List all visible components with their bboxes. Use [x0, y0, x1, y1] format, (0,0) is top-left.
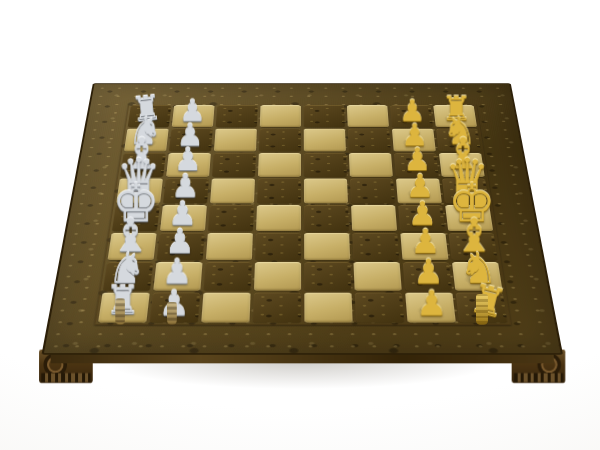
chess-board: ♜♟♟♜♞♟♟♞♝♟♟♝♛♟♟♛♚♟♟♚♝♟♟♝♞♟♟♞♜♟♟♜	[41, 83, 563, 354]
board-peg-3	[476, 294, 488, 325]
square-b6[interactable]	[347, 128, 390, 151]
square-c4[interactable]	[257, 153, 300, 177]
square-b2[interactable]: ♟	[168, 128, 212, 151]
square-e4[interactable]	[256, 205, 301, 231]
square-h3[interactable]	[201, 292, 250, 322]
square-a3[interactable]	[215, 105, 257, 127]
piece-white-pawn-a2[interactable]: ♟	[171, 95, 212, 125]
piece-black-rook-a8[interactable]: ♜	[435, 92, 476, 126]
square-b1[interactable]: ♞	[124, 128, 169, 151]
square-f3[interactable]	[205, 233, 252, 260]
piece-white-bishop-c1[interactable]: ♝	[120, 132, 163, 175]
square-e5[interactable]	[304, 205, 349, 231]
square-a4[interactable]	[259, 105, 300, 127]
piece-shadow	[395, 112, 427, 125]
photo-background: ♜♟♟♜♞♟♟♞♝♟♟♝♛♟♟♛♚♟♟♚♝♟♟♝♞♟♟♞♜♟♟♜	[0, 0, 600, 450]
square-a2[interactable]: ♟	[171, 105, 214, 127]
piece-shadow	[132, 112, 165, 125]
piece-shadow	[441, 136, 475, 150]
square-a1[interactable]: ♜	[127, 105, 171, 127]
square-b8[interactable]: ♞	[436, 128, 481, 151]
piece-black-pawn-b7[interactable]: ♟	[393, 119, 435, 150]
piece-black-pawn-h7[interactable]: ♟	[407, 285, 455, 320]
square-b7[interactable]: ♟	[391, 128, 435, 151]
square-d6[interactable]	[349, 178, 394, 203]
board-peg-1	[115, 298, 125, 324]
square-a8[interactable]: ♜	[433, 105, 477, 127]
square-e3[interactable]	[207, 205, 253, 231]
square-h7[interactable]: ♟	[405, 292, 456, 322]
square-e6[interactable]	[351, 205, 397, 231]
square-c7[interactable]: ♟	[393, 153, 438, 177]
square-a7[interactable]: ♟	[390, 105, 433, 127]
square-g4[interactable]	[253, 262, 300, 291]
piece-white-rook-a1[interactable]: ♜	[124, 90, 168, 128]
piece-white-knight-b1[interactable]: ♞	[124, 111, 166, 149]
piece-black-knight-b8[interactable]: ♞	[438, 111, 480, 149]
square-c5[interactable]	[303, 153, 346, 177]
piece-shadow	[129, 136, 163, 150]
square-f6[interactable]	[352, 233, 399, 260]
square-c6[interactable]	[348, 153, 392, 177]
square-b4[interactable]	[258, 128, 300, 151]
square-h5[interactable]	[304, 292, 352, 322]
piece-shadow	[174, 136, 207, 150]
square-b3[interactable]	[213, 128, 256, 151]
square-f4[interactable]	[254, 233, 300, 260]
square-g6[interactable]	[353, 262, 401, 291]
board-peg-2	[167, 302, 177, 325]
piece-black-bishop-c8[interactable]: ♝	[441, 132, 484, 175]
piece-shadow	[399, 160, 433, 174]
checker-area: ♜♟♟♜♞♟♟♞♝♟♟♝♛♟♟♛♚♟♟♚♝♟♟♝♞♟♟♞♜♟♟♜	[94, 104, 511, 325]
square-c3[interactable]	[212, 153, 256, 177]
piece-white-pawn-b2[interactable]: ♟	[169, 119, 211, 150]
square-d5[interactable]	[303, 178, 347, 203]
square-h6[interactable]	[354, 292, 404, 322]
square-d3[interactable]	[210, 178, 255, 203]
square-h4[interactable]	[252, 292, 300, 322]
piece-black-pawn-a7[interactable]: ♟	[391, 95, 432, 125]
board-scene: ♜♟♟♜♞♟♟♞♝♟♟♝♛♟♟♛♚♟♟♚♝♟♟♝♞♟♟♞♜♟♟♜	[0, 0, 600, 450]
piece-shadow	[438, 112, 471, 125]
piece-shadow	[171, 160, 205, 174]
square-a6[interactable]	[346, 105, 388, 127]
piece-shadow	[176, 112, 208, 125]
board-front-edge	[51, 353, 554, 363]
square-d4[interactable]	[257, 178, 301, 203]
square-b5[interactable]	[303, 128, 345, 151]
piece-black-pawn-c7[interactable]: ♟	[395, 144, 438, 175]
square-f5[interactable]	[304, 233, 350, 260]
piece-shadow	[397, 136, 430, 150]
piece-white-pawn-c2[interactable]: ♟	[166, 144, 209, 175]
square-g5[interactable]	[304, 262, 351, 291]
square-g3[interactable]	[203, 262, 251, 291]
square-a5[interactable]	[303, 105, 344, 127]
square-c2[interactable]: ♟	[166, 153, 211, 177]
